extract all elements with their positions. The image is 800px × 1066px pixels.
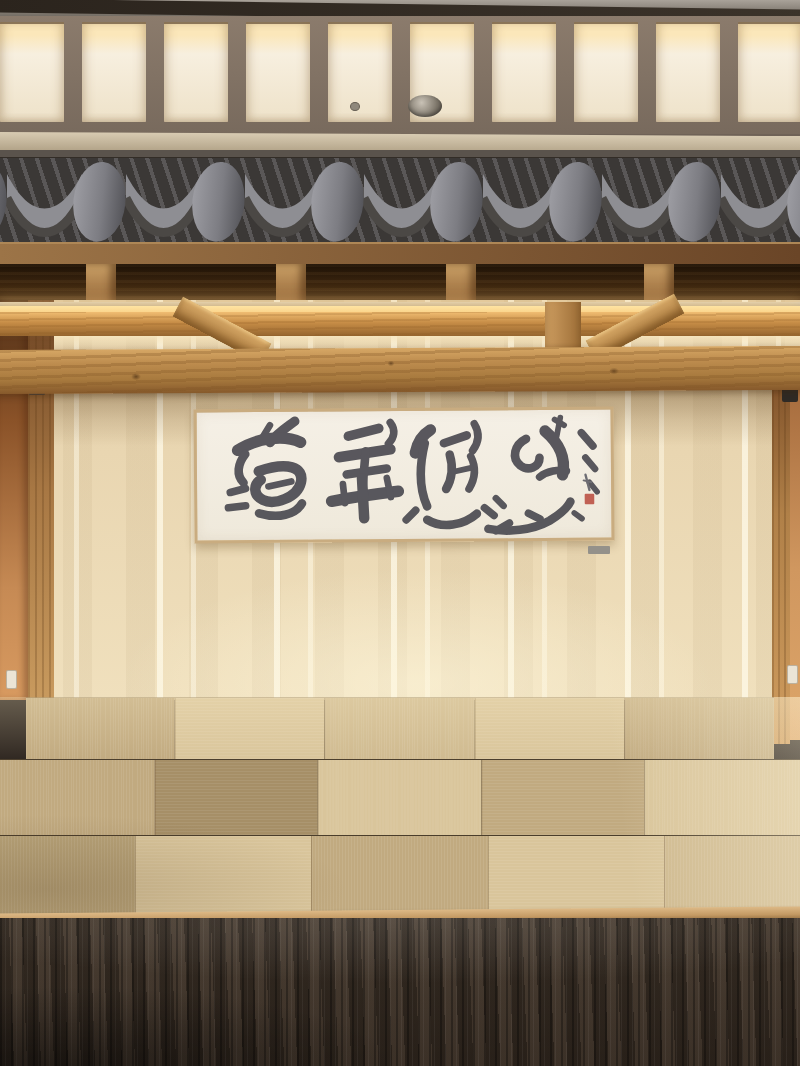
tatami-row bbox=[26, 697, 774, 759]
ceiling-niche bbox=[246, 22, 310, 122]
tatami-mat bbox=[311, 836, 487, 915]
tatami-mat bbox=[0, 836, 135, 915]
dark-wood-floor bbox=[0, 918, 800, 1066]
left-outlet bbox=[6, 670, 17, 689]
ceiling-niche bbox=[738, 22, 800, 122]
right-wood-trim bbox=[772, 360, 790, 744]
roof-tiles-graphic bbox=[0, 158, 800, 246]
ceiling-light-cove bbox=[0, 0, 800, 150]
artwork-nameplate bbox=[588, 546, 610, 554]
tatami-mat bbox=[135, 836, 311, 915]
main-beam bbox=[0, 346, 800, 394]
tatami-mat bbox=[644, 760, 800, 835]
tatami-mat bbox=[488, 836, 664, 915]
ceiling-niche bbox=[328, 22, 392, 122]
tatami-mat bbox=[481, 760, 644, 835]
tatami-mat bbox=[175, 698, 325, 759]
motion-sensor-icon bbox=[350, 102, 360, 111]
ceiling-niche bbox=[164, 22, 228, 122]
tatami-mat bbox=[26, 698, 175, 759]
right-outlet bbox=[787, 665, 798, 684]
tatami-mat bbox=[664, 836, 800, 915]
tatami-mat bbox=[318, 760, 481, 835]
tatami-mat bbox=[0, 760, 155, 835]
ceiling-niche bbox=[656, 22, 720, 122]
scene: 富岳悠然 bbox=[0, 0, 800, 1066]
calligraphy-strokes bbox=[197, 410, 612, 541]
tatami-mat bbox=[325, 698, 475, 759]
calligraphy-artwork: 富岳悠然 bbox=[194, 407, 615, 544]
tatami-mat bbox=[624, 698, 774, 759]
red-seal bbox=[585, 494, 595, 505]
ceiling-niche bbox=[574, 22, 638, 122]
tatami-grid bbox=[0, 697, 800, 915]
eave-fascia-board bbox=[0, 242, 800, 264]
ceiling-niche-row bbox=[0, 16, 800, 134]
tatami-row bbox=[0, 835, 800, 915]
ceiling-niche bbox=[82, 22, 146, 122]
tatami-platform bbox=[0, 697, 800, 915]
ceiling-niche bbox=[492, 22, 556, 122]
tatami-mat bbox=[155, 760, 318, 835]
upper-rail-beam bbox=[0, 312, 800, 336]
ceiling-niche bbox=[0, 22, 64, 122]
tatami-row bbox=[0, 759, 800, 835]
kawara-roof-tiles bbox=[0, 158, 800, 246]
downlight-icon bbox=[408, 95, 442, 117]
tatami-mat bbox=[474, 698, 624, 759]
